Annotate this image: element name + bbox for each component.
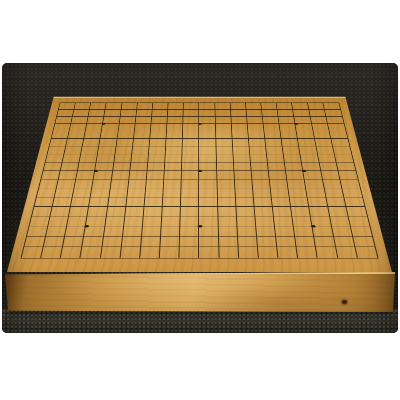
grid-cell [126, 197, 145, 206]
grid-cell [104, 110, 121, 117]
grid-cell [151, 124, 168, 131]
grid-cell [84, 131, 102, 139]
grid-cell [286, 171, 305, 180]
grid-cell [81, 247, 102, 258]
grid-cell [199, 216, 218, 226]
grid-cell [313, 131, 331, 139]
grid-cell [180, 237, 199, 248]
grid-cell [321, 171, 340, 180]
grid-cell [149, 146, 166, 154]
grid-cell [117, 131, 134, 139]
grid-cell [167, 131, 184, 139]
grid-cell [232, 139, 249, 147]
hoshi-star-point [310, 225, 315, 228]
grid-cell [218, 216, 237, 226]
grid-cell [328, 124, 346, 131]
grid-cell [324, 188, 344, 197]
grid-cell [276, 237, 297, 248]
grid-cell [39, 179, 59, 188]
grid-cell [122, 237, 142, 248]
grid-cell [76, 171, 95, 180]
grid-cell [199, 117, 215, 124]
grid-cell [273, 207, 293, 217]
hoshi-star-point [197, 225, 202, 228]
grid-cell [162, 207, 181, 217]
grid-cell [346, 207, 367, 217]
grid-cell [199, 197, 217, 206]
grid-cell [318, 154, 337, 162]
grid-cell [316, 247, 338, 258]
grid-cell [267, 154, 285, 162]
grid-cell [252, 171, 270, 180]
grid-cell [101, 131, 119, 139]
grid-cell [182, 154, 199, 162]
grid-cell [342, 188, 362, 197]
grid-cell [290, 197, 310, 206]
grid-cell [94, 171, 113, 180]
grid-cell [199, 154, 216, 162]
grid-cell [323, 103, 340, 110]
grid-cell [53, 197, 73, 206]
grid-cell [110, 179, 129, 188]
grid-cell [106, 103, 123, 110]
grid-cell [163, 197, 182, 206]
grid-cell [114, 154, 132, 162]
grid-cell [218, 207, 237, 217]
grid-cell [249, 146, 267, 154]
grid-cell [326, 117, 344, 124]
grid-cell [86, 124, 103, 131]
grid-cell [233, 154, 251, 162]
grid-cell [301, 154, 319, 162]
grid-cell [109, 188, 128, 197]
wood-knot [342, 300, 347, 304]
grid-cell [199, 124, 215, 131]
grid-cell [266, 146, 284, 154]
grid-cell [235, 179, 253, 188]
grid-cell [254, 197, 273, 206]
grid-cell [163, 188, 181, 197]
grid-cell [199, 131, 215, 139]
grid-cell [232, 124, 249, 131]
grid-cell [272, 197, 291, 206]
grid-cell [250, 154, 268, 162]
grid-cell [249, 139, 266, 147]
grid-cell [234, 162, 252, 170]
grid-cell [340, 179, 360, 188]
grid-cell [137, 103, 153, 110]
grid-cell [199, 247, 219, 258]
grid-cell [319, 162, 338, 170]
grid-cell [48, 216, 69, 226]
grid-cell [237, 226, 257, 236]
grid-cell [95, 162, 114, 170]
grid-cell [50, 139, 68, 147]
grid-cell [51, 207, 72, 217]
grid-cell [104, 226, 124, 236]
grid-cell [308, 103, 325, 110]
grid-cell [102, 124, 119, 131]
grid-cell [59, 103, 76, 110]
grid-cell [215, 103, 231, 110]
grid-cell [124, 216, 144, 226]
grid-cell [103, 117, 120, 124]
grid-cell [69, 207, 89, 217]
grid-cell [182, 179, 200, 188]
grid-cell [199, 139, 216, 147]
grid-cell [216, 124, 232, 131]
grid-cell [145, 188, 164, 197]
grid-cell [55, 117, 73, 124]
grid-cell [304, 171, 323, 180]
grid-cell [149, 139, 166, 147]
grid-cell [27, 226, 48, 236]
grid-cell [164, 171, 182, 180]
grid-cell [113, 162, 131, 170]
grid-cell [238, 237, 258, 248]
grid-cell [105, 216, 125, 226]
grid-cell [125, 207, 144, 217]
grid-cell [218, 197, 237, 206]
grid-cell [289, 188, 308, 197]
grid-cell [136, 110, 152, 117]
grid-cell [41, 171, 60, 180]
grid-cell [61, 247, 83, 258]
grid-cell [127, 188, 146, 197]
grid-cell [315, 237, 336, 248]
grid-cell [215, 117, 231, 124]
grid-cell [131, 154, 149, 162]
grid-cell [147, 162, 165, 170]
grid-cell [268, 162, 286, 170]
grid-cell [88, 207, 108, 217]
grid-cell [46, 226, 67, 236]
grid-cell [92, 179, 111, 188]
grid-cell [75, 179, 94, 188]
grid-cell [63, 237, 84, 248]
grid-cell [101, 247, 122, 258]
grid-cell [84, 226, 105, 236]
grid-cell [296, 124, 313, 131]
grid-cell [231, 110, 247, 117]
grid-cell [98, 146, 116, 154]
grid-cell [181, 207, 200, 217]
grid-cell [81, 146, 99, 154]
grid-cell [29, 216, 50, 226]
grid-cell [247, 117, 264, 124]
grid-cell [277, 103, 294, 110]
grid-cell [112, 171, 131, 180]
grid-cell [68, 131, 86, 139]
grid-cell [167, 117, 183, 124]
grid-cell [57, 110, 74, 117]
grid-cell [135, 124, 152, 131]
grid-cell [141, 237, 161, 248]
grid-cell [312, 124, 330, 131]
grid-cell [48, 146, 67, 154]
grid-cell [151, 117, 167, 124]
grid-cell [256, 226, 276, 236]
grid-cell [310, 117, 327, 124]
grid-cell [284, 154, 302, 162]
grid-cell [278, 110, 295, 117]
grid-cell [116, 139, 134, 147]
hoshi-star-point [197, 170, 201, 172]
grid-cell [63, 154, 82, 162]
grid-cell [80, 154, 98, 162]
grid-cell [217, 162, 235, 170]
grid-cell [246, 110, 262, 117]
grid-cell [180, 247, 200, 258]
grid-cell [232, 131, 249, 139]
grid-cell [257, 237, 277, 248]
grid-cell [106, 207, 126, 217]
grid-cell [135, 117, 152, 124]
grid-cell [308, 197, 328, 206]
grid-cell [233, 146, 250, 154]
grid-cell [161, 237, 181, 248]
grid-cell [144, 197, 163, 206]
grid-cell [184, 110, 200, 117]
grid-cell [330, 216, 351, 226]
grid-cell [118, 124, 135, 131]
grid-cell [299, 146, 317, 154]
grid-cell [184, 103, 200, 110]
grid-cell [280, 124, 297, 131]
grid-cell [99, 139, 117, 147]
grid-cell [43, 162, 62, 170]
grid-cell [329, 131, 347, 139]
grid-cell [66, 139, 84, 147]
grid-cell [269, 171, 288, 180]
grid-cell [199, 207, 218, 217]
grid-cell [120, 110, 137, 117]
grid-cell [217, 171, 235, 180]
grid-cell [119, 117, 136, 124]
grid-cell [128, 179, 147, 188]
grid-cell [150, 131, 167, 139]
grid-cell [89, 110, 106, 117]
go-board-front-face [5, 272, 395, 312]
grid-cell [83, 139, 101, 147]
grid-cell [353, 237, 375, 248]
grid-cell [282, 139, 300, 147]
grid-cell [216, 139, 233, 147]
grid-cell [183, 146, 200, 154]
grid-cell [263, 117, 280, 124]
grid-cell [199, 103, 215, 110]
grid-cell [53, 124, 71, 131]
grid-cell [246, 103, 262, 110]
grid-cell [166, 139, 183, 147]
grid-cell [309, 110, 326, 117]
grid-cell [121, 103, 137, 110]
grid-cell [41, 247, 63, 258]
grid-cell [34, 197, 54, 206]
grid-cell [129, 171, 147, 180]
grid-cell [199, 179, 217, 188]
grid-cell [264, 131, 281, 139]
grid-cell [181, 188, 199, 197]
grid-cell [355, 247, 377, 258]
grid-cell [325, 110, 342, 117]
grid-cell [199, 146, 216, 154]
grid-cell [183, 131, 199, 139]
grid-cell [132, 146, 150, 154]
grid-cell [270, 179, 289, 188]
grid-cell [86, 216, 106, 226]
grid-cell [251, 162, 269, 170]
grid-cell [334, 237, 356, 248]
grid-cell [216, 131, 233, 139]
grid-cell [164, 179, 182, 188]
grid-cell [83, 237, 104, 248]
grid-cell [234, 171, 252, 180]
grid-cell [168, 103, 184, 110]
grid-cell [73, 110, 90, 117]
grid-cell [32, 207, 53, 217]
grid-cell [274, 216, 294, 226]
grid-cell [102, 237, 123, 248]
grid-cell [335, 154, 354, 162]
grid-cell [217, 179, 235, 188]
hoshi-star-point [294, 123, 298, 125]
grid-cell [166, 146, 183, 154]
grid-cell [255, 216, 275, 226]
grid-cell [153, 103, 169, 110]
grid-cell [183, 139, 200, 147]
grid-cell [313, 226, 334, 236]
grid-cell [315, 139, 333, 147]
grid-cell [22, 247, 44, 258]
grid-cell [351, 226, 372, 236]
grid-cell [338, 171, 357, 180]
grid-cell [199, 188, 217, 197]
grid-cell [294, 226, 315, 236]
grid-cell [293, 110, 310, 117]
grid-cell [262, 110, 279, 117]
grid-cell [235, 188, 254, 197]
grid-cell [152, 110, 168, 117]
grid-cell [255, 207, 274, 217]
grid-cell [336, 162, 355, 170]
grid-cell [217, 188, 235, 197]
grid-cell [71, 117, 88, 124]
grid-cell [199, 110, 215, 117]
grid-cell [146, 179, 164, 188]
grid-cell [143, 216, 162, 226]
grid-cell [281, 131, 298, 139]
grid-cell [306, 188, 326, 197]
grid-cell [252, 179, 271, 188]
grid-cell [216, 146, 233, 154]
grid-cell [230, 103, 246, 110]
grid-cell [328, 207, 349, 217]
grid-cell [70, 124, 88, 131]
grid-cell [167, 124, 183, 131]
grid-cell [91, 188, 110, 197]
grid-cell [297, 131, 315, 139]
grid-cell [238, 247, 258, 258]
grid-cell [160, 247, 180, 258]
go-grid [20, 102, 378, 258]
grid-cell [24, 237, 46, 248]
grid-cell [218, 226, 237, 236]
grid-cell [261, 103, 277, 110]
grid-cell [74, 103, 91, 110]
grid-cell [348, 216, 369, 226]
grid-cell [237, 216, 256, 226]
go-board-top-surface [7, 97, 392, 272]
grid-cell [277, 247, 298, 258]
hoshi-star-point [198, 123, 202, 125]
photo-background [2, 63, 398, 333]
grid-cell [216, 154, 233, 162]
grid-cell [183, 124, 199, 131]
hoshi-star-point [301, 170, 306, 172]
grid-cell [144, 207, 163, 217]
grid-cell [45, 154, 64, 162]
grid-cell [199, 226, 218, 236]
grid-cell [97, 154, 115, 162]
grid-cell [316, 146, 334, 154]
grid-cell [199, 171, 217, 180]
grid-cell [199, 237, 218, 248]
grid-cell [333, 146, 352, 154]
grid-cell [51, 131, 69, 139]
grid-cell [231, 117, 247, 124]
grid-cell [168, 110, 184, 117]
grid-cell [147, 171, 165, 180]
grid-cell [258, 247, 279, 258]
grid-cell [64, 146, 82, 154]
grid-cell [295, 237, 316, 248]
grid-cell [305, 179, 324, 188]
grid-cell [44, 237, 66, 248]
grid-cell [133, 139, 150, 147]
grid-cell [275, 226, 295, 236]
grid-cell [120, 247, 141, 258]
grid-cell [291, 207, 311, 217]
grid-cell [89, 197, 109, 206]
grid-cell [59, 171, 78, 180]
grid-cell [297, 247, 318, 258]
grid-cell [181, 197, 199, 206]
grid-cell [73, 188, 93, 197]
grid-cell [236, 207, 255, 217]
grid-cell [140, 247, 160, 258]
grid-cell [182, 171, 200, 180]
grid-cell [323, 179, 343, 188]
grid-cell [331, 139, 349, 147]
grid-cell [265, 139, 283, 147]
grid-cell [253, 188, 272, 197]
grid-cell [219, 247, 239, 258]
grid-cell [165, 154, 182, 162]
grid-cell [90, 103, 107, 110]
grid-cell [219, 237, 239, 248]
grid-cell [344, 197, 364, 206]
grid-cell [292, 103, 309, 110]
grid-cell [37, 188, 57, 197]
grid-cell [71, 197, 91, 206]
grid-cell [162, 216, 181, 226]
grid-cell [298, 139, 316, 147]
grid-cell [336, 247, 358, 258]
grid-cell [310, 207, 330, 217]
grid-cell [142, 226, 162, 236]
grid-cell [55, 188, 75, 197]
